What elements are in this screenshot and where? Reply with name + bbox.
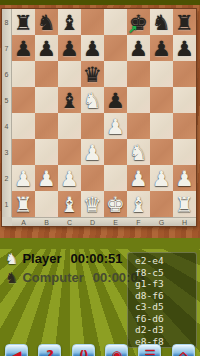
square-d4[interactable] [81, 113, 104, 139]
square-e7[interactable] [104, 35, 127, 61]
black-pawn[interactable]: ♟ [37, 38, 56, 59]
square-e2[interactable] [104, 165, 127, 191]
square-f6[interactable] [127, 61, 150, 87]
square-b8[interactable]: ♞ [35, 9, 58, 35]
square-d2[interactable] [81, 165, 104, 191]
file-label-g: G [150, 217, 173, 226]
file-label-a: A [12, 217, 35, 226]
player-label: Player [22, 251, 61, 266]
file-label-e: E [104, 217, 127, 226]
white-knight[interactable]: ♞ [83, 90, 102, 111]
white-knight-icon: ♞ [5, 251, 18, 266]
square-h1[interactable]: ♜ [173, 191, 196, 217]
file-label-b: B [35, 217, 58, 226]
rank-label-1: 1 [2, 191, 12, 217]
square-e1[interactable]: ♚ [104, 191, 127, 217]
rank-label-7: 7 [2, 35, 12, 61]
square-d8[interactable] [81, 9, 104, 35]
black-queen[interactable]: ♛ [83, 64, 102, 85]
square-c3[interactable] [58, 139, 81, 165]
move-list[interactable]: e2-e4f8-c5g1-f3d8-f6c3-d5f6-d6d2-d3e8-f8 [127, 252, 197, 348]
rank-label-2: 2 [2, 165, 12, 191]
move-entry: f6-d6 [135, 313, 196, 325]
board-frame: 8♜♞♝♚↗♞♜7♟♟♟♟♟♟♟6♛5♝♞♟4♟3♟♞2♟♟♟♟♟♟1♜♝♛♚♝… [0, 5, 200, 238]
rank-label-6: 6 [2, 61, 12, 87]
square-b2[interactable]: ♟ [35, 165, 58, 191]
square-g7[interactable]: ♟ [150, 35, 173, 61]
white-queen[interactable]: ♛ [83, 194, 102, 215]
last-move-arrow-icon: ↗ [128, 24, 137, 35]
square-e8[interactable] [104, 9, 127, 35]
rank-label-8: 8 [2, 9, 12, 35]
chess-app-window: 8♜♞♝♚↗♞♜7♟♟♟♟♟♟♟6♛5♝♞♟4♟3♟♞2♟♟♟♟♟♟1♜♝♛♚♝… [0, 0, 200, 356]
square-c1[interactable]: ♝ [58, 191, 81, 217]
rank-label-5: 5 [2, 87, 12, 113]
square-d1[interactable]: ♛ [81, 191, 104, 217]
square-g1[interactable] [150, 191, 173, 217]
square-f8[interactable]: ♚↗ [127, 9, 150, 35]
square-c4[interactable] [58, 113, 81, 139]
flip-button[interactable]: () [72, 344, 95, 356]
white-pawn[interactable]: ♟ [106, 116, 125, 137]
square-d5[interactable]: ♞ [81, 87, 104, 113]
black-pawn[interactable]: ♟ [83, 38, 102, 59]
move-entry: d2-d3 [135, 324, 196, 336]
square-c5[interactable]: ♝ [58, 87, 81, 113]
square-b3[interactable] [35, 139, 58, 165]
board-corner [2, 217, 12, 226]
back-arrow-icon: ◀ [12, 349, 21, 356]
square-b6[interactable] [35, 61, 58, 87]
square-g3[interactable] [150, 139, 173, 165]
black-bishop[interactable]: ♝ [60, 12, 79, 33]
white-pawn[interactable]: ♟ [152, 168, 171, 189]
toolbar: ◀?()◉☰⌂ [0, 343, 200, 356]
square-h6[interactable] [173, 61, 196, 87]
square-a6[interactable] [12, 61, 35, 87]
white-king[interactable]: ♚ [106, 194, 125, 215]
square-h7[interactable]: ♟ [173, 35, 196, 61]
file-label-d: D [81, 217, 104, 226]
file-label-f: F [127, 217, 150, 226]
white-knight[interactable]: ♞ [129, 142, 148, 163]
square-h5[interactable] [173, 87, 196, 113]
view-button[interactable]: ◉ [105, 344, 128, 356]
white-pawn[interactable]: ♟ [14, 168, 33, 189]
black-pawn[interactable]: ♟ [175, 38, 194, 59]
square-b5[interactable] [35, 87, 58, 113]
square-a1[interactable]: ♜ [12, 191, 35, 217]
white-bishop[interactable]: ♝ [129, 194, 148, 215]
black-rook[interactable]: ♜ [175, 12, 194, 33]
square-e6[interactable] [104, 61, 127, 87]
black-pawn[interactable]: ♟ [129, 38, 148, 59]
square-b7[interactable]: ♟ [35, 35, 58, 61]
square-c8[interactable]: ♝ [58, 9, 81, 35]
square-a5[interactable] [12, 87, 35, 113]
white-rook[interactable]: ♜ [175, 194, 194, 215]
exit-button[interactable]: ⌂ [172, 344, 195, 356]
square-b4[interactable] [35, 113, 58, 139]
square-f7[interactable]: ♟ [127, 35, 150, 61]
square-g2[interactable]: ♟ [150, 165, 173, 191]
hint-button[interactable]: ? [38, 344, 61, 356]
player-clock: 00:00:51 [71, 251, 123, 266]
square-a2[interactable]: ♟ [12, 165, 35, 191]
move-entry: e2-e4 [135, 255, 196, 267]
square-e4[interactable]: ♟ [104, 113, 127, 139]
computer-label: Computer [22, 270, 83, 285]
file-label-c: C [58, 217, 81, 226]
game-info-panel: ♞ Player 00:00:51 ♞ Computer 00:00:03 e2… [0, 249, 200, 356]
square-d7[interactable]: ♟ [81, 35, 104, 61]
square-a3[interactable] [12, 139, 35, 165]
square-h8[interactable]: ♜ [173, 9, 196, 35]
black-knight[interactable]: ♞ [37, 12, 56, 33]
white-rook[interactable]: ♜ [14, 194, 33, 215]
square-a4[interactable] [12, 113, 35, 139]
white-pawn[interactable]: ♟ [129, 168, 148, 189]
square-f2[interactable]: ♟ [127, 165, 150, 191]
move-entry: c3-d5 [135, 301, 196, 313]
white-pawn[interactable]: ♟ [83, 142, 102, 163]
square-h3[interactable] [173, 139, 196, 165]
square-e3[interactable] [104, 139, 127, 165]
white-pawn[interactable]: ♟ [175, 168, 194, 189]
menu-button[interactable]: ☰ [138, 344, 161, 356]
rank-label-4: 4 [2, 113, 12, 139]
rank-label-3: 3 [2, 139, 12, 165]
square-f5[interactable] [127, 87, 150, 113]
square-d3[interactable]: ♟ [81, 139, 104, 165]
file-label-h: H [173, 217, 196, 226]
square-f4[interactable] [127, 113, 150, 139]
square-c7[interactable]: ♟ [58, 35, 81, 61]
square-a8[interactable]: ♜ [12, 9, 35, 35]
eye-icon: ◉ [111, 349, 121, 356]
square-d6[interactable]: ♛ [81, 61, 104, 87]
white-bishop[interactable]: ♝ [60, 194, 79, 215]
square-g5[interactable] [150, 87, 173, 113]
square-f3[interactable]: ♞ [127, 139, 150, 165]
square-g8[interactable]: ♞ [150, 9, 173, 35]
move-entry: g1-f3 [135, 278, 196, 290]
black-pawn[interactable]: ♟ [60, 38, 79, 59]
square-g4[interactable] [150, 113, 173, 139]
rotate-icon: () [79, 349, 87, 356]
square-h4[interactable] [173, 113, 196, 139]
black-knight-icon: ♞ [5, 270, 18, 285]
move-entry: d8-f6 [135, 290, 196, 302]
white-pawn[interactable]: ♟ [37, 168, 56, 189]
menu-bars-icon: ☰ [144, 348, 156, 356]
square-b1[interactable] [35, 191, 58, 217]
back-button[interactable]: ◀ [5, 344, 28, 356]
black-pawn[interactable]: ♟ [14, 38, 33, 59]
black-pawn[interactable]: ♟ [152, 38, 171, 59]
square-h2[interactable]: ♟ [173, 165, 196, 191]
black-rook[interactable]: ♜ [14, 12, 33, 33]
home-icon: ⌂ [178, 348, 188, 356]
black-pawn[interactable]: ♟ [106, 90, 125, 111]
move-entry: f8-c5 [135, 267, 196, 279]
square-g6[interactable] [150, 61, 173, 87]
square-f1[interactable]: ♝ [127, 191, 150, 217]
chess-board: 8♜♞♝♚↗♞♜7♟♟♟♟♟♟♟6♛5♝♞♟4♟3♟♞2♟♟♟♟♟♟1♜♝♛♚♝… [2, 9, 196, 226]
square-c6[interactable] [58, 61, 81, 87]
black-knight[interactable]: ♞ [152, 12, 171, 33]
question-mark-icon: ? [46, 348, 54, 356]
square-e5[interactable]: ♟ [104, 87, 127, 113]
square-a7[interactable]: ♟ [12, 35, 35, 61]
square-c2[interactable]: ♟ [58, 165, 81, 191]
black-bishop[interactable]: ♝ [60, 90, 79, 111]
white-pawn[interactable]: ♟ [60, 168, 79, 189]
